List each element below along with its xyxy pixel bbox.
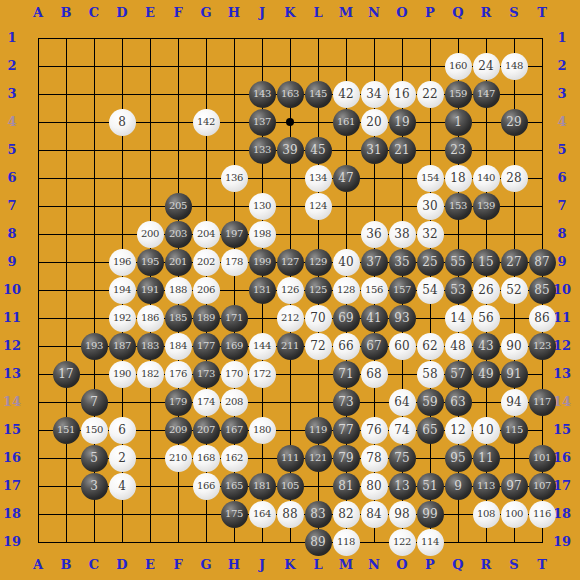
board-point-O15[interactable]: 74 xyxy=(388,416,416,444)
board-point-H17[interactable]: 165 xyxy=(220,472,248,500)
board-point-G15[interactable]: 207 xyxy=(192,416,220,444)
board-point-Q16[interactable]: 95 xyxy=(444,444,472,472)
board-point-L13[interactable] xyxy=(304,360,332,388)
board-point-T1[interactable] xyxy=(528,24,556,52)
board-point-P9[interactable]: 25 xyxy=(416,248,444,276)
board-point-D14[interactable] xyxy=(108,388,136,416)
board-point-M6[interactable]: 47 xyxy=(332,164,360,192)
board-point-Q3[interactable]: 159 xyxy=(444,80,472,108)
board-point-P14[interactable]: 59 xyxy=(416,388,444,416)
board-point-F7[interactable]: 205 xyxy=(164,192,192,220)
board-point-A19[interactable] xyxy=(24,528,52,556)
board-point-J7[interactable]: 130 xyxy=(248,192,276,220)
board-point-P15[interactable]: 65 xyxy=(416,416,444,444)
board-point-A8[interactable] xyxy=(24,220,52,248)
board-point-Q11[interactable]: 14 xyxy=(444,304,472,332)
board-point-J13[interactable]: 172 xyxy=(248,360,276,388)
board-point-L8[interactable] xyxy=(304,220,332,248)
board-point-A7[interactable] xyxy=(24,192,52,220)
board-point-E2[interactable] xyxy=(136,52,164,80)
board-point-L1[interactable] xyxy=(304,24,332,52)
board-point-J12[interactable]: 144 xyxy=(248,332,276,360)
board-point-P17[interactable]: 51 xyxy=(416,472,444,500)
board-point-M2[interactable] xyxy=(332,52,360,80)
board-point-M9[interactable]: 40 xyxy=(332,248,360,276)
board-point-N8[interactable]: 36 xyxy=(360,220,388,248)
board-point-O9[interactable]: 35 xyxy=(388,248,416,276)
board-point-C8[interactable] xyxy=(80,220,108,248)
board-point-D3[interactable] xyxy=(108,80,136,108)
board-point-D10[interactable]: 194 xyxy=(108,276,136,304)
board-point-R19[interactable] xyxy=(472,528,500,556)
board-point-E9[interactable]: 195 xyxy=(136,248,164,276)
board-point-N10[interactable]: 156 xyxy=(360,276,388,304)
board-point-G9[interactable]: 202 xyxy=(192,248,220,276)
board-point-T4[interactable] xyxy=(528,108,556,136)
board-point-T12[interactable]: 123 xyxy=(528,332,556,360)
board-point-H2[interactable] xyxy=(220,52,248,80)
board-point-Q1[interactable] xyxy=(444,24,472,52)
board-point-J19[interactable] xyxy=(248,528,276,556)
board-point-G18[interactable] xyxy=(192,500,220,528)
board-point-M10[interactable]: 128 xyxy=(332,276,360,304)
board-point-S12[interactable]: 90 xyxy=(500,332,528,360)
board-point-J6[interactable] xyxy=(248,164,276,192)
board-point-R5[interactable] xyxy=(472,136,500,164)
board-point-K12[interactable]: 211 xyxy=(276,332,304,360)
board-point-B5[interactable] xyxy=(52,136,80,164)
board-point-L16[interactable]: 121 xyxy=(304,444,332,472)
board-point-G1[interactable] xyxy=(192,24,220,52)
board-point-N3[interactable]: 34 xyxy=(360,80,388,108)
board-point-E4[interactable] xyxy=(136,108,164,136)
board-point-F19[interactable] xyxy=(164,528,192,556)
board-point-M5[interactable] xyxy=(332,136,360,164)
board-point-O17[interactable]: 13 xyxy=(388,472,416,500)
board-point-E1[interactable] xyxy=(136,24,164,52)
board-point-C3[interactable] xyxy=(80,80,108,108)
board-point-R11[interactable]: 56 xyxy=(472,304,500,332)
board-point-S10[interactable]: 52 xyxy=(500,276,528,304)
board-point-O14[interactable]: 64 xyxy=(388,388,416,416)
board-point-H14[interactable]: 208 xyxy=(220,388,248,416)
board-point-M13[interactable]: 71 xyxy=(332,360,360,388)
board-point-N2[interactable] xyxy=(360,52,388,80)
board-point-H9[interactable]: 178 xyxy=(220,248,248,276)
board-point-Q5[interactable]: 23 xyxy=(444,136,472,164)
board-point-Q10[interactable]: 53 xyxy=(444,276,472,304)
board-point-P2[interactable] xyxy=(416,52,444,80)
board-point-H15[interactable]: 167 xyxy=(220,416,248,444)
board-point-A9[interactable] xyxy=(24,248,52,276)
board-point-L11[interactable]: 70 xyxy=(304,304,332,332)
board-point-L18[interactable]: 83 xyxy=(304,500,332,528)
board-point-D18[interactable] xyxy=(108,500,136,528)
board-point-A12[interactable] xyxy=(24,332,52,360)
board-point-D7[interactable] xyxy=(108,192,136,220)
board-point-A15[interactable] xyxy=(24,416,52,444)
board-point-O13[interactable] xyxy=(388,360,416,388)
board-point-D16[interactable]: 2 xyxy=(108,444,136,472)
board-point-M3[interactable]: 42 xyxy=(332,80,360,108)
board-point-S13[interactable]: 91 xyxy=(500,360,528,388)
board-point-D5[interactable] xyxy=(108,136,136,164)
board-point-B19[interactable] xyxy=(52,528,80,556)
board-point-L2[interactable] xyxy=(304,52,332,80)
board-point-H4[interactable] xyxy=(220,108,248,136)
board-point-G12[interactable]: 177 xyxy=(192,332,220,360)
board-point-O7[interactable] xyxy=(388,192,416,220)
board-point-H7[interactable] xyxy=(220,192,248,220)
board-point-M7[interactable] xyxy=(332,192,360,220)
board-point-Q9[interactable]: 55 xyxy=(444,248,472,276)
board-point-T2[interactable] xyxy=(528,52,556,80)
board-point-F17[interactable] xyxy=(164,472,192,500)
board-point-M17[interactable]: 81 xyxy=(332,472,360,500)
board-point-E17[interactable] xyxy=(136,472,164,500)
board-point-S8[interactable] xyxy=(500,220,528,248)
board-point-G17[interactable]: 166 xyxy=(192,472,220,500)
board-point-R6[interactable]: 140 xyxy=(472,164,500,192)
board-point-O12[interactable]: 60 xyxy=(388,332,416,360)
board-point-S4[interactable]: 29 xyxy=(500,108,528,136)
board-point-R3[interactable]: 147 xyxy=(472,80,500,108)
board-point-T17[interactable]: 107 xyxy=(528,472,556,500)
board-point-A5[interactable] xyxy=(24,136,52,164)
board-point-R10[interactable]: 26 xyxy=(472,276,500,304)
board-point-N14[interactable] xyxy=(360,388,388,416)
board-point-J8[interactable]: 198 xyxy=(248,220,276,248)
board-point-J5[interactable]: 133 xyxy=(248,136,276,164)
board-point-O5[interactable]: 21 xyxy=(388,136,416,164)
board-point-M1[interactable] xyxy=(332,24,360,52)
board-point-F15[interactable]: 209 xyxy=(164,416,192,444)
board-point-H10[interactable] xyxy=(220,276,248,304)
board-point-C12[interactable]: 193 xyxy=(80,332,108,360)
board-point-C14[interactable]: 7 xyxy=(80,388,108,416)
board-point-K14[interactable] xyxy=(276,388,304,416)
board-point-G10[interactable]: 206 xyxy=(192,276,220,304)
board-point-T5[interactable] xyxy=(528,136,556,164)
board-point-Q12[interactable]: 48 xyxy=(444,332,472,360)
board-point-Q14[interactable]: 63 xyxy=(444,388,472,416)
board-point-H3[interactable] xyxy=(220,80,248,108)
board-point-P4[interactable] xyxy=(416,108,444,136)
board-point-C6[interactable] xyxy=(80,164,108,192)
board-point-P8[interactable]: 32 xyxy=(416,220,444,248)
board-point-M4[interactable]: 161 xyxy=(332,108,360,136)
board-point-R2[interactable]: 24 xyxy=(472,52,500,80)
board-point-H5[interactable] xyxy=(220,136,248,164)
board-point-F6[interactable] xyxy=(164,164,192,192)
board-point-O3[interactable]: 16 xyxy=(388,80,416,108)
board-point-K7[interactable] xyxy=(276,192,304,220)
board-point-G11[interactable]: 189 xyxy=(192,304,220,332)
board-point-D8[interactable] xyxy=(108,220,136,248)
board-point-O10[interactable]: 157 xyxy=(388,276,416,304)
board-point-J10[interactable]: 131 xyxy=(248,276,276,304)
board-point-M8[interactable] xyxy=(332,220,360,248)
board-point-P11[interactable] xyxy=(416,304,444,332)
board-point-Q7[interactable]: 153 xyxy=(444,192,472,220)
board-point-E19[interactable] xyxy=(136,528,164,556)
board-point-L10[interactable]: 125 xyxy=(304,276,332,304)
board-point-S5[interactable] xyxy=(500,136,528,164)
board-point-J4[interactable]: 137 xyxy=(248,108,276,136)
board-point-L19[interactable]: 89 xyxy=(304,528,332,556)
board-point-G8[interactable]: 204 xyxy=(192,220,220,248)
board-point-O8[interactable]: 38 xyxy=(388,220,416,248)
board-point-N1[interactable] xyxy=(360,24,388,52)
board-point-E15[interactable] xyxy=(136,416,164,444)
board-point-C11[interactable] xyxy=(80,304,108,332)
board-point-F10[interactable]: 188 xyxy=(164,276,192,304)
board-point-S14[interactable]: 94 xyxy=(500,388,528,416)
board-point-N15[interactable]: 76 xyxy=(360,416,388,444)
board-point-N17[interactable]: 80 xyxy=(360,472,388,500)
board-point-K19[interactable] xyxy=(276,528,304,556)
board-point-T16[interactable]: 101 xyxy=(528,444,556,472)
board-point-S11[interactable] xyxy=(500,304,528,332)
board-point-A17[interactable] xyxy=(24,472,52,500)
board-point-H1[interactable] xyxy=(220,24,248,52)
board-point-H12[interactable]: 169 xyxy=(220,332,248,360)
board-point-D13[interactable]: 190 xyxy=(108,360,136,388)
board-point-H11[interactable]: 171 xyxy=(220,304,248,332)
board-point-G6[interactable] xyxy=(192,164,220,192)
board-point-K3[interactable]: 163 xyxy=(276,80,304,108)
board-point-L9[interactable]: 129 xyxy=(304,248,332,276)
board-point-D17[interactable]: 4 xyxy=(108,472,136,500)
board-point-B16[interactable] xyxy=(52,444,80,472)
board-point-J16[interactable] xyxy=(248,444,276,472)
board-point-K11[interactable]: 212 xyxy=(276,304,304,332)
board-point-P6[interactable]: 154 xyxy=(416,164,444,192)
board-point-G2[interactable] xyxy=(192,52,220,80)
board-point-A16[interactable] xyxy=(24,444,52,472)
board-point-N11[interactable]: 41 xyxy=(360,304,388,332)
board-point-B6[interactable] xyxy=(52,164,80,192)
board-point-M14[interactable]: 73 xyxy=(332,388,360,416)
board-point-A18[interactable] xyxy=(24,500,52,528)
board-point-K15[interactable] xyxy=(276,416,304,444)
board-point-Q13[interactable]: 57 xyxy=(444,360,472,388)
board-point-R15[interactable]: 10 xyxy=(472,416,500,444)
board-point-S1[interactable] xyxy=(500,24,528,52)
board-point-K8[interactable] xyxy=(276,220,304,248)
board-point-O6[interactable] xyxy=(388,164,416,192)
board-point-T3[interactable] xyxy=(528,80,556,108)
board-point-S6[interactable]: 28 xyxy=(500,164,528,192)
board-point-N7[interactable] xyxy=(360,192,388,220)
board-point-G19[interactable] xyxy=(192,528,220,556)
board-point-E6[interactable] xyxy=(136,164,164,192)
board-point-F4[interactable] xyxy=(164,108,192,136)
board-point-C18[interactable] xyxy=(80,500,108,528)
board-point-S7[interactable] xyxy=(500,192,528,220)
board-point-T14[interactable]: 117 xyxy=(528,388,556,416)
board-point-E14[interactable] xyxy=(136,388,164,416)
board-point-T18[interactable]: 116 xyxy=(528,500,556,528)
board-point-T8[interactable] xyxy=(528,220,556,248)
board-point-Q4[interactable]: 1 xyxy=(444,108,472,136)
board-point-S18[interactable]: 100 xyxy=(500,500,528,528)
board-point-J9[interactable]: 199 xyxy=(248,248,276,276)
board-point-Q15[interactable]: 12 xyxy=(444,416,472,444)
board-point-L3[interactable]: 145 xyxy=(304,80,332,108)
board-point-R14[interactable] xyxy=(472,388,500,416)
board-point-J18[interactable]: 164 xyxy=(248,500,276,528)
board-point-E8[interactable]: 200 xyxy=(136,220,164,248)
board-point-E16[interactable] xyxy=(136,444,164,472)
board-point-G7[interactable] xyxy=(192,192,220,220)
board-point-K10[interactable]: 126 xyxy=(276,276,304,304)
board-point-Q18[interactable] xyxy=(444,500,472,528)
board-point-T15[interactable] xyxy=(528,416,556,444)
board-point-P18[interactable]: 99 xyxy=(416,500,444,528)
board-point-H16[interactable]: 162 xyxy=(220,444,248,472)
board-point-C16[interactable]: 5 xyxy=(80,444,108,472)
board-point-L15[interactable]: 119 xyxy=(304,416,332,444)
board-point-B11[interactable] xyxy=(52,304,80,332)
board-point-C7[interactable] xyxy=(80,192,108,220)
board-point-M12[interactable]: 66 xyxy=(332,332,360,360)
board-point-B4[interactable] xyxy=(52,108,80,136)
board-point-F13[interactable]: 176 xyxy=(164,360,192,388)
board-point-K17[interactable]: 105 xyxy=(276,472,304,500)
board-point-T13[interactable] xyxy=(528,360,556,388)
board-point-D12[interactable]: 187 xyxy=(108,332,136,360)
board-point-Q19[interactable] xyxy=(444,528,472,556)
board-point-C19[interactable] xyxy=(80,528,108,556)
board-point-K18[interactable]: 88 xyxy=(276,500,304,528)
board-point-R1[interactable] xyxy=(472,24,500,52)
board-point-F11[interactable]: 185 xyxy=(164,304,192,332)
board-point-N13[interactable]: 68 xyxy=(360,360,388,388)
board-point-D11[interactable]: 192 xyxy=(108,304,136,332)
board-point-B18[interactable] xyxy=(52,500,80,528)
board-point-F12[interactable]: 184 xyxy=(164,332,192,360)
board-point-O11[interactable]: 93 xyxy=(388,304,416,332)
board-point-O1[interactable] xyxy=(388,24,416,52)
board-point-A1[interactable] xyxy=(24,24,52,52)
board-point-E3[interactable] xyxy=(136,80,164,108)
board-point-M18[interactable]: 82 xyxy=(332,500,360,528)
board-point-J3[interactable]: 143 xyxy=(248,80,276,108)
board-point-S15[interactable]: 115 xyxy=(500,416,528,444)
board-point-L12[interactable]: 72 xyxy=(304,332,332,360)
board-point-C9[interactable] xyxy=(80,248,108,276)
board-point-F1[interactable] xyxy=(164,24,192,52)
board-point-B15[interactable]: 151 xyxy=(52,416,80,444)
board-point-E12[interactable]: 183 xyxy=(136,332,164,360)
board-point-C4[interactable] xyxy=(80,108,108,136)
board-point-K2[interactable] xyxy=(276,52,304,80)
board-point-O4[interactable]: 19 xyxy=(388,108,416,136)
board-point-F5[interactable] xyxy=(164,136,192,164)
board-point-G13[interactable]: 173 xyxy=(192,360,220,388)
board-point-N4[interactable]: 20 xyxy=(360,108,388,136)
board-point-R18[interactable]: 108 xyxy=(472,500,500,528)
board-point-P1[interactable] xyxy=(416,24,444,52)
board-point-A10[interactable] xyxy=(24,276,52,304)
board-point-L17[interactable] xyxy=(304,472,332,500)
board-point-K5[interactable]: 39 xyxy=(276,136,304,164)
board-point-B14[interactable] xyxy=(52,388,80,416)
board-point-B12[interactable] xyxy=(52,332,80,360)
board-point-R4[interactable] xyxy=(472,108,500,136)
board-point-F9[interactable]: 201 xyxy=(164,248,192,276)
board-point-O2[interactable] xyxy=(388,52,416,80)
board-point-N19[interactable] xyxy=(360,528,388,556)
board-point-C5[interactable] xyxy=(80,136,108,164)
board-point-M15[interactable]: 77 xyxy=(332,416,360,444)
board-point-D1[interactable] xyxy=(108,24,136,52)
board-point-N16[interactable]: 78 xyxy=(360,444,388,472)
board-point-Q6[interactable]: 18 xyxy=(444,164,472,192)
board-point-Q2[interactable]: 160 xyxy=(444,52,472,80)
board-point-L5[interactable]: 45 xyxy=(304,136,332,164)
board-point-M19[interactable]: 118 xyxy=(332,528,360,556)
board-point-K16[interactable]: 111 xyxy=(276,444,304,472)
board-point-R12[interactable]: 43 xyxy=(472,332,500,360)
board-point-P10[interactable]: 54 xyxy=(416,276,444,304)
board-point-C17[interactable]: 3 xyxy=(80,472,108,500)
board-point-T7[interactable] xyxy=(528,192,556,220)
board-point-F16[interactable]: 210 xyxy=(164,444,192,472)
board-point-E11[interactable]: 186 xyxy=(136,304,164,332)
board-point-F8[interactable]: 203 xyxy=(164,220,192,248)
board-point-A13[interactable] xyxy=(24,360,52,388)
board-point-E18[interactable] xyxy=(136,500,164,528)
board-point-R17[interactable]: 113 xyxy=(472,472,500,500)
board-point-R16[interactable]: 11 xyxy=(472,444,500,472)
board-point-B8[interactable] xyxy=(52,220,80,248)
board-point-D9[interactable]: 196 xyxy=(108,248,136,276)
board-point-L7[interactable]: 124 xyxy=(304,192,332,220)
board-point-D2[interactable] xyxy=(108,52,136,80)
board-point-J2[interactable] xyxy=(248,52,276,80)
board-point-C15[interactable]: 150 xyxy=(80,416,108,444)
board-point-R13[interactable]: 49 xyxy=(472,360,500,388)
board-point-K4[interactable] xyxy=(276,108,304,136)
board-point-P5[interactable] xyxy=(416,136,444,164)
board-point-K6[interactable] xyxy=(276,164,304,192)
board-point-R9[interactable]: 15 xyxy=(472,248,500,276)
board-point-P7[interactable]: 30 xyxy=(416,192,444,220)
board-point-S17[interactable]: 97 xyxy=(500,472,528,500)
board-point-K9[interactable]: 127 xyxy=(276,248,304,276)
board-point-H8[interactable]: 197 xyxy=(220,220,248,248)
board-point-O18[interactable]: 98 xyxy=(388,500,416,528)
board-point-L4[interactable] xyxy=(304,108,332,136)
board-point-R7[interactable]: 139 xyxy=(472,192,500,220)
board-point-N9[interactable]: 37 xyxy=(360,248,388,276)
board-point-T9[interactable]: 87 xyxy=(528,248,556,276)
board-point-F14[interactable]: 179 xyxy=(164,388,192,416)
board-point-P16[interactable] xyxy=(416,444,444,472)
board-point-A14[interactable] xyxy=(24,388,52,416)
board-point-D19[interactable] xyxy=(108,528,136,556)
board-point-G5[interactable] xyxy=(192,136,220,164)
board-point-J14[interactable] xyxy=(248,388,276,416)
board-point-B7[interactable] xyxy=(52,192,80,220)
board-point-T19[interactable] xyxy=(528,528,556,556)
board-point-C2[interactable] xyxy=(80,52,108,80)
board-point-D15[interactable]: 6 xyxy=(108,416,136,444)
board-point-O16[interactable]: 75 xyxy=(388,444,416,472)
board-point-P13[interactable]: 58 xyxy=(416,360,444,388)
